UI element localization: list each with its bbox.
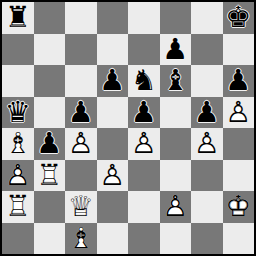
square-d2[interactable] <box>97 191 129 223</box>
piece-black-pawn[interactable]: ♟ <box>225 66 251 95</box>
piece-black-pawn[interactable]: ♟ <box>162 35 188 64</box>
white-rook-outline-icon: ♖ <box>5 192 31 221</box>
square-e5[interactable]: ♟ <box>128 97 160 129</box>
piece-black-pawn[interactable]: ♟ <box>194 98 220 127</box>
white-pawn-outline-icon: ♙ <box>225 98 251 127</box>
white-bishop-outline-icon: ♗ <box>5 129 31 158</box>
square-f2[interactable]: ♟♙ <box>160 191 192 223</box>
square-c6[interactable] <box>65 65 97 97</box>
piece-black-pawn[interactable]: ♟ <box>99 66 125 95</box>
square-h8[interactable]: ♚ <box>223 2 255 34</box>
square-h6[interactable]: ♟ <box>223 65 255 97</box>
black-pawn-icon: ♟ <box>194 98 220 127</box>
square-b6[interactable] <box>34 65 66 97</box>
piece-black-bishop[interactable]: ♝ <box>162 66 188 95</box>
square-h1[interactable] <box>223 223 255 255</box>
piece-white-king[interactable]: ♚♔ <box>225 192 251 221</box>
piece-black-pawn[interactable]: ♟ <box>36 129 62 158</box>
square-a5[interactable]: ♛ <box>2 97 34 129</box>
square-c5[interactable]: ♟ <box>65 97 97 129</box>
piece-white-bishop[interactable]: ♝♗ <box>68 224 94 253</box>
square-e6[interactable]: ♞ <box>128 65 160 97</box>
square-b8[interactable] <box>34 2 66 34</box>
chess-board: ♜♚♟♟♞♝♟♛♟♟♟♟♙♝♗♟♟♙♟♙♟♙♟♙♜♖♟♙♜♖♛♕♟♙♚♔♝♗ <box>0 0 256 256</box>
square-d8[interactable] <box>97 2 129 34</box>
black-king-icon: ♚ <box>225 3 251 32</box>
black-pawn-icon: ♟ <box>162 35 188 64</box>
square-a2[interactable]: ♜♖ <box>2 191 34 223</box>
square-h2[interactable]: ♚♔ <box>223 191 255 223</box>
black-queen-icon: ♛ <box>5 98 31 127</box>
square-e7[interactable] <box>128 34 160 66</box>
piece-black-queen[interactable]: ♛ <box>5 98 31 127</box>
white-pawn-outline-icon: ♙ <box>99 161 125 190</box>
piece-white-pawn[interactable]: ♟♙ <box>68 129 94 158</box>
square-d4[interactable] <box>97 128 129 160</box>
square-g7[interactable] <box>191 34 223 66</box>
white-bishop-outline-icon: ♗ <box>68 224 94 253</box>
square-g2[interactable] <box>191 191 223 223</box>
piece-black-king[interactable]: ♚ <box>225 3 251 32</box>
square-c3[interactable] <box>65 160 97 192</box>
white-pawn-outline-icon: ♙ <box>162 192 188 221</box>
square-f1[interactable] <box>160 223 192 255</box>
black-pawn-icon: ♟ <box>225 66 251 95</box>
square-h3[interactable] <box>223 160 255 192</box>
square-f8[interactable] <box>160 2 192 34</box>
square-f6[interactable]: ♝ <box>160 65 192 97</box>
white-pawn-outline-icon: ♙ <box>131 129 157 158</box>
black-pawn-icon: ♟ <box>131 98 157 127</box>
piece-white-pawn[interactable]: ♟♙ <box>131 129 157 158</box>
piece-white-rook[interactable]: ♜♖ <box>36 161 62 190</box>
square-d1[interactable] <box>97 223 129 255</box>
white-pawn-outline-icon: ♙ <box>194 129 220 158</box>
square-f5[interactable] <box>160 97 192 129</box>
piece-black-pawn[interactable]: ♟ <box>131 98 157 127</box>
square-c7[interactable] <box>65 34 97 66</box>
white-pawn-outline-icon: ♙ <box>5 161 31 190</box>
piece-black-pawn[interactable]: ♟ <box>68 98 94 127</box>
square-e8[interactable] <box>128 2 160 34</box>
black-bishop-icon: ♝ <box>162 66 188 95</box>
square-e4[interactable]: ♟♙ <box>128 128 160 160</box>
square-g5[interactable]: ♟ <box>191 97 223 129</box>
square-g3[interactable] <box>191 160 223 192</box>
square-d7[interactable] <box>97 34 129 66</box>
square-g8[interactable] <box>191 2 223 34</box>
square-f7[interactable]: ♟ <box>160 34 192 66</box>
square-f3[interactable] <box>160 160 192 192</box>
square-a4[interactable]: ♝♗ <box>2 128 34 160</box>
square-h5[interactable]: ♟♙ <box>223 97 255 129</box>
square-a8[interactable]: ♜ <box>2 2 34 34</box>
square-c8[interactable] <box>65 2 97 34</box>
white-rook-outline-icon: ♖ <box>36 161 62 190</box>
square-c2[interactable]: ♛♕ <box>65 191 97 223</box>
square-a3[interactable]: ♟♙ <box>2 160 34 192</box>
square-b5[interactable] <box>34 97 66 129</box>
white-king-outline-icon: ♔ <box>225 192 251 221</box>
white-queen-outline-icon: ♕ <box>68 192 94 221</box>
square-b7[interactable] <box>34 34 66 66</box>
square-h4[interactable] <box>223 128 255 160</box>
white-pawn-outline-icon: ♙ <box>68 129 94 158</box>
piece-white-queen[interactable]: ♛♕ <box>68 192 94 221</box>
piece-white-pawn[interactable]: ♟♙ <box>225 98 251 127</box>
square-h7[interactable] <box>223 34 255 66</box>
square-c4[interactable]: ♟♙ <box>65 128 97 160</box>
square-g1[interactable] <box>191 223 223 255</box>
piece-white-rook[interactable]: ♜♖ <box>5 192 31 221</box>
square-d6[interactable]: ♟ <box>97 65 129 97</box>
square-a6[interactable] <box>2 65 34 97</box>
black-knight-icon: ♞ <box>131 66 157 95</box>
square-b3[interactable]: ♜♖ <box>34 160 66 192</box>
piece-white-pawn[interactable]: ♟♙ <box>5 161 31 190</box>
piece-white-bishop[interactable]: ♝♗ <box>5 129 31 158</box>
square-e1[interactable] <box>128 223 160 255</box>
square-e3[interactable] <box>128 160 160 192</box>
square-b1[interactable] <box>34 223 66 255</box>
square-g4[interactable]: ♟♙ <box>191 128 223 160</box>
black-pawn-icon: ♟ <box>68 98 94 127</box>
square-b2[interactable] <box>34 191 66 223</box>
square-d5[interactable] <box>97 97 129 129</box>
piece-white-pawn[interactable]: ♟♙ <box>99 161 125 190</box>
square-g6[interactable] <box>191 65 223 97</box>
piece-white-pawn[interactable]: ♟♙ <box>162 192 188 221</box>
black-rook-icon: ♜ <box>5 3 31 32</box>
piece-black-knight[interactable]: ♞ <box>131 66 157 95</box>
piece-white-pawn[interactable]: ♟♙ <box>194 129 220 158</box>
black-pawn-icon: ♟ <box>36 129 62 158</box>
square-b4[interactable]: ♟ <box>34 128 66 160</box>
black-pawn-icon: ♟ <box>99 66 125 95</box>
square-a7[interactable] <box>2 34 34 66</box>
square-a1[interactable] <box>2 223 34 255</box>
piece-black-rook[interactable]: ♜ <box>5 3 31 32</box>
square-e2[interactable] <box>128 191 160 223</box>
square-c1[interactable]: ♝♗ <box>65 223 97 255</box>
square-f4[interactable] <box>160 128 192 160</box>
square-d3[interactable]: ♟♙ <box>97 160 129 192</box>
